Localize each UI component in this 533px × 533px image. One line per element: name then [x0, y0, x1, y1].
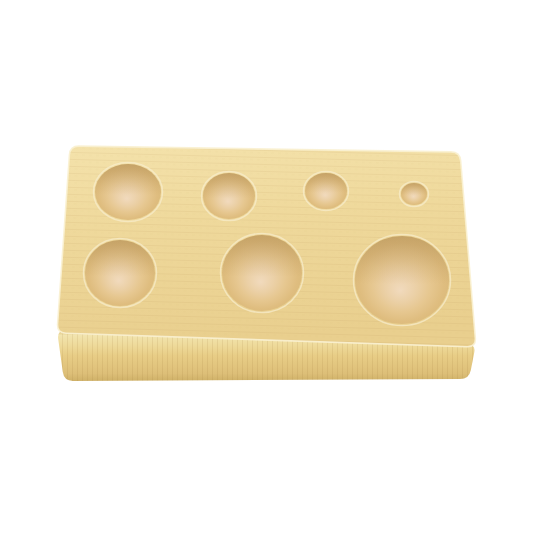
- pit-inner-shadow: [203, 173, 255, 219]
- pit-inner-shadow: [222, 235, 302, 311]
- pit-top-3: [304, 172, 349, 211]
- pit-bottom-3: [354, 235, 451, 326]
- product-photo: [0, 0, 533, 533]
- pit-inner-shadow: [355, 236, 449, 324]
- wooden-dapping-block: [0, 0, 533, 533]
- pit-top-1: [94, 163, 163, 222]
- pit-bottom-2: [221, 234, 304, 313]
- pit-bottom-1: [84, 239, 157, 308]
- pit-inner-shadow: [95, 164, 161, 220]
- pit-inner-shadow: [305, 173, 347, 209]
- pit-top-4: [400, 182, 429, 207]
- pit-inner-shadow: [401, 183, 427, 205]
- pit-top-2: [202, 172, 257, 221]
- pit-inner-shadow: [85, 240, 155, 306]
